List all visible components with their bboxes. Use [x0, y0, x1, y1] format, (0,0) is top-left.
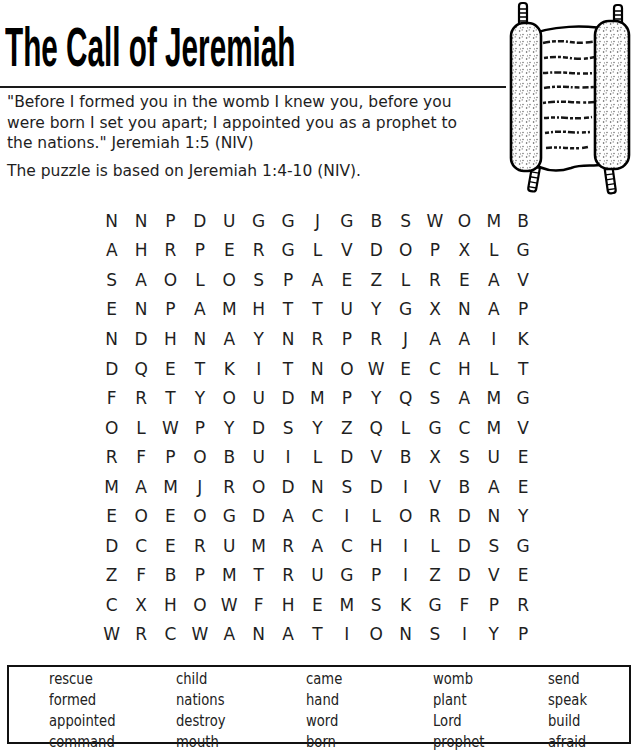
- word-list-item: formed: [49, 690, 116, 711]
- grid-cell-r3c15[interactable]: V: [508, 265, 537, 295]
- grid-cell-r1c5[interactable]: U: [215, 206, 244, 236]
- grid-cell-r8c2[interactable]: L: [126, 413, 155, 443]
- grid-cell-r15c9[interactable]: I: [332, 620, 361, 650]
- word-list-item: destroy: [176, 711, 225, 732]
- grid-cell-r9c10[interactable]: V: [362, 442, 391, 472]
- word-list-column-1: rescueformedappointedcommand: [49, 669, 127, 751]
- grid-cell-r14c2[interactable]: X: [126, 590, 155, 620]
- grid-cell-r9c14[interactable]: U: [479, 442, 508, 472]
- grid-cell-r12c5[interactable]: U: [215, 531, 244, 561]
- grid-cell-r2c8[interactable]: L: [303, 236, 332, 266]
- grid-cell-r7c3[interactable]: T: [156, 383, 185, 413]
- grid-cell-r5c8[interactable]: R: [303, 324, 332, 354]
- grid-cell-r5c7[interactable]: N: [273, 324, 302, 354]
- grid-cell-r7c5[interactable]: O: [215, 383, 244, 413]
- puzzle-basis-note: The puzzle is based on Jeremiah 1:4-10 (…: [7, 162, 361, 180]
- grid-cell-r8c9[interactable]: Z: [332, 413, 361, 443]
- word-list-item: plant: [433, 690, 485, 711]
- word-list-item: Lord: [433, 711, 485, 732]
- grid-cell-r6c15[interactable]: T: [508, 354, 537, 384]
- grid-cell-r9c4[interactable]: O: [185, 442, 214, 472]
- grid-cell-r11c15[interactable]: Y: [508, 501, 537, 531]
- grid-cell-r3c3[interactable]: O: [156, 265, 185, 295]
- grid-cell-r3c2[interactable]: A: [126, 265, 155, 295]
- word-list-item: send: [548, 669, 587, 690]
- grid-cell-r10c5[interactable]: R: [215, 472, 244, 502]
- grid-cell-r13c8[interactable]: U: [303, 561, 332, 591]
- grid-cell-r13c1[interactable]: Z: [97, 561, 126, 591]
- grid-cell-r3c4[interactable]: L: [185, 265, 214, 295]
- grid-cell-r3c1[interactable]: S: [97, 265, 126, 295]
- word-list-column-3: camehandwordborn: [306, 669, 349, 751]
- scripture-quote: "Before I formed you in the womb I knew …: [7, 92, 457, 154]
- page-title: The Call of Jeremiah: [5, 20, 295, 75]
- grid-cell-r8c1[interactable]: O: [97, 413, 126, 443]
- grid-cell-r9c6[interactable]: U: [244, 442, 273, 472]
- grid-cell-r5c9[interactable]: P: [332, 324, 361, 354]
- grid-cell-r5c1[interactable]: N: [97, 324, 126, 354]
- word-list-column-4: wombplantLordprophet: [433, 669, 494, 751]
- grid-cell-r9c11[interactable]: B: [391, 442, 420, 472]
- grid-cell-r8c14[interactable]: M: [479, 413, 508, 443]
- grid-cell-r12c4[interactable]: R: [185, 531, 214, 561]
- grid-cell-r15c5[interactable]: A: [215, 620, 244, 650]
- grid-cell-r1c8[interactable]: J: [303, 206, 332, 236]
- grid-cell-r4c9[interactable]: U: [332, 295, 361, 325]
- grid-cell-r9c1[interactable]: R: [97, 442, 126, 472]
- grid-cell-r10c9[interactable]: S: [332, 472, 361, 502]
- grid-cell-r11c8[interactable]: C: [303, 501, 332, 531]
- word-list-item: afraid: [548, 732, 587, 751]
- grid-cell-r4c7[interactable]: T: [273, 295, 302, 325]
- grid-cell-r10c7[interactable]: D: [273, 472, 302, 502]
- grid-cell-r8c10[interactable]: Q: [362, 413, 391, 443]
- grid-cell-r11c5[interactable]: G: [215, 501, 244, 531]
- scroll-roller-right: [595, 21, 629, 169]
- grid-cell-r14c6[interactable]: F: [244, 590, 273, 620]
- grid-cell-r6c1[interactable]: D: [97, 354, 126, 384]
- grid-cell-r6c8[interactable]: N: [303, 354, 332, 384]
- word-list-item: rescue: [49, 669, 116, 690]
- grid-cell-r11c2[interactable]: O: [126, 501, 155, 531]
- grid-cell-r7c15[interactable]: G: [508, 383, 537, 413]
- grid-cell-r4c10[interactable]: Y: [362, 295, 391, 325]
- grid-cell-r10c6[interactable]: O: [244, 472, 273, 502]
- grid-cell-r11c3[interactable]: E: [156, 501, 185, 531]
- grid-cell-r6c4[interactable]: T: [185, 354, 214, 384]
- worksheet-page: The Call of Jeremiah: [0, 0, 638, 751]
- grid-cell-r4c12[interactable]: X: [420, 295, 449, 325]
- grid-cell-r3c13[interactable]: E: [450, 265, 479, 295]
- grid-cell-r12c3[interactable]: E: [156, 531, 185, 561]
- scroll-roller-left: [511, 23, 541, 171]
- grid-cell-r13c3[interactable]: B: [156, 561, 185, 591]
- grid-cell-r10c1[interactable]: M: [97, 472, 126, 502]
- grid-cell-r4c4[interactable]: A: [185, 295, 214, 325]
- grid-cell-r3c12[interactable]: R: [420, 265, 449, 295]
- grid-cell-r9c7[interactable]: I: [273, 442, 302, 472]
- grid-cell-r13c13[interactable]: D: [450, 561, 479, 591]
- grid-cell-r7c1[interactable]: F: [97, 383, 126, 413]
- grid-cell-r13c12[interactable]: Z: [420, 561, 449, 591]
- grid-cell-r12c9[interactable]: C: [332, 531, 361, 561]
- grid-cell-r15c3[interactable]: C: [156, 620, 185, 650]
- grid-cell-r9c9[interactable]: D: [332, 442, 361, 472]
- grid-cell-r2c4[interactable]: P: [185, 236, 214, 266]
- grid-cell-r15c6[interactable]: N: [244, 620, 273, 650]
- grid-cell-r1c10[interactable]: B: [362, 206, 391, 236]
- grid-cell-r15c10[interactable]: O: [362, 620, 391, 650]
- grid-cell-r1c4[interactable]: D: [185, 206, 214, 236]
- grid-cell-r8c5[interactable]: Y: [215, 413, 244, 443]
- grid-cell-r10c14[interactable]: A: [479, 472, 508, 502]
- grid-cell-r12c15[interactable]: G: [508, 531, 537, 561]
- grid-cell-r4c1[interactable]: E: [97, 295, 126, 325]
- word-list-item: appointed: [49, 711, 116, 732]
- word-search-grid: NNPDUGGJGBSWOMBAHRPERGLVDOPXLGSAOLOSPAEZ…: [97, 206, 538, 649]
- grid-cell-r11c10[interactable]: L: [362, 501, 391, 531]
- word-list-item: command: [49, 732, 116, 751]
- word-list-column-5: sendspeakbuildafraid: [548, 669, 594, 751]
- torah-scroll-icon: [497, 1, 638, 201]
- grid-cell-r3c10[interactable]: Z: [362, 265, 391, 295]
- grid-cell-r11c1[interactable]: E: [97, 501, 126, 531]
- grid-cell-r4c3[interactable]: P: [156, 295, 185, 325]
- grid-cell-r12c8[interactable]: A: [303, 531, 332, 561]
- grid-cell-r4c11[interactable]: G: [391, 295, 420, 325]
- word-list-box: rescueformedappointedcommand childnation…: [7, 665, 631, 744]
- grid-cell-r6c14[interactable]: L: [479, 354, 508, 384]
- grid-cell-r11c6[interactable]: D: [244, 501, 273, 531]
- grid-cell-r2c10[interactable]: D: [362, 236, 391, 266]
- grid-cell-r4c6[interactable]: H: [244, 295, 273, 325]
- grid-cell-r7c11[interactable]: Q: [391, 383, 420, 413]
- grid-cell-r4c13[interactable]: N: [450, 295, 479, 325]
- word-list-item: speak: [548, 690, 587, 711]
- grid-cell-r5c11[interactable]: J: [391, 324, 420, 354]
- grid-cell-r3c6[interactable]: S: [244, 265, 273, 295]
- grid-cell-r14c9[interactable]: M: [332, 590, 361, 620]
- grid-cell-r8c3[interactable]: W: [156, 413, 185, 443]
- grid-cell-r12c7[interactable]: R: [273, 531, 302, 561]
- grid-cell-r2c3[interactable]: R: [156, 236, 185, 266]
- grid-cell-r11c4[interactable]: O: [185, 501, 214, 531]
- grid-cell-r2c1[interactable]: A: [97, 236, 126, 266]
- grid-cell-r3c7[interactable]: P: [273, 265, 302, 295]
- quote-line-2: were born I set you apart; I appointed y…: [7, 113, 457, 134]
- grid-cell-r6c10[interactable]: W: [362, 354, 391, 384]
- grid-cell-r10c11[interactable]: I: [391, 472, 420, 502]
- grid-cell-r15c14[interactable]: Y: [479, 620, 508, 650]
- grid-cell-r11c9[interactable]: I: [332, 501, 361, 531]
- word-list-item: came: [306, 669, 342, 690]
- grid-cell-r1c2[interactable]: N: [126, 206, 155, 236]
- grid-cell-r2c2[interactable]: H: [126, 236, 155, 266]
- grid-cell-r1c9[interactable]: G: [332, 206, 361, 236]
- grid-cell-r11c11[interactable]: O: [391, 501, 420, 531]
- quote-line-1: "Before I formed you in the womb I knew …: [7, 92, 457, 113]
- grid-cell-r8c7[interactable]: S: [273, 413, 302, 443]
- grid-cell-r6c13[interactable]: H: [450, 354, 479, 384]
- grid-cell-r10c15[interactable]: E: [508, 472, 537, 502]
- grid-cell-r9c3[interactable]: P: [156, 442, 185, 472]
- grid-cell-r13c9[interactable]: G: [332, 561, 361, 591]
- grid-cell-r6c5[interactable]: K: [215, 354, 244, 384]
- grid-cell-r9c5[interactable]: B: [215, 442, 244, 472]
- quote-line-3: the nations." Jeremiah 1:5 (NIV): [7, 133, 457, 154]
- grid-cell-r4c14[interactable]: A: [479, 295, 508, 325]
- grid-cell-r14c14[interactable]: P: [479, 590, 508, 620]
- word-list-item: prophet: [433, 732, 485, 751]
- grid-cell-r7c9[interactable]: P: [332, 383, 361, 413]
- grid-cell-r6c7[interactable]: T: [273, 354, 302, 384]
- grid-cell-r14c12[interactable]: G: [420, 590, 449, 620]
- grid-cell-r9c2[interactable]: F: [126, 442, 155, 472]
- word-list-column-2: childnationsdestroymouth: [176, 669, 234, 751]
- grid-cell-r5c4[interactable]: N: [185, 324, 214, 354]
- grid-cell-r13c6[interactable]: T: [244, 561, 273, 591]
- grid-cell-r10c4[interactable]: J: [185, 472, 214, 502]
- grid-cell-r1c6[interactable]: G: [244, 206, 273, 236]
- grid-cell-r7c10[interactable]: Y: [362, 383, 391, 413]
- grid-cell-r15c2[interactable]: R: [126, 620, 155, 650]
- grid-cell-r13c7[interactable]: R: [273, 561, 302, 591]
- grid-cell-r2c7[interactable]: G: [273, 236, 302, 266]
- grid-cell-r6c9[interactable]: O: [332, 354, 361, 384]
- grid-cell-r3c11[interactable]: L: [391, 265, 420, 295]
- grid-cell-r5c14[interactable]: I: [479, 324, 508, 354]
- grid-cell-r15c15[interactable]: P: [508, 620, 537, 650]
- grid-cell-r8c11[interactable]: L: [391, 413, 420, 443]
- grid-cell-r13c14[interactable]: V: [479, 561, 508, 591]
- grid-cell-r1c1[interactable]: N: [97, 206, 126, 236]
- grid-cell-r3c5[interactable]: O: [215, 265, 244, 295]
- grid-cell-r7c13[interactable]: A: [450, 383, 479, 413]
- grid-cell-r10c13[interactable]: B: [450, 472, 479, 502]
- grid-cell-r8c12[interactable]: G: [420, 413, 449, 443]
- grid-cell-r2c14[interactable]: L: [479, 236, 508, 266]
- grid-cell-r12c12[interactable]: L: [420, 531, 449, 561]
- grid-cell-r10c8[interactable]: N: [303, 472, 332, 502]
- grid-cell-r13c2[interactable]: F: [126, 561, 155, 591]
- grid-cell-r8c13[interactable]: C: [450, 413, 479, 443]
- grid-cell-r2c15[interactable]: G: [508, 236, 537, 266]
- grid-cell-r5c6[interactable]: Y: [244, 324, 273, 354]
- grid-cell-r13c15[interactable]: E: [508, 561, 537, 591]
- grid-cell-r15c1[interactable]: W: [97, 620, 126, 650]
- grid-cell-r1c15[interactable]: B: [508, 206, 537, 236]
- grid-cell-r14c8[interactable]: E: [303, 590, 332, 620]
- grid-cell-r2c5[interactable]: E: [215, 236, 244, 266]
- grid-cell-r7c12[interactable]: S: [420, 383, 449, 413]
- grid-cell-r8c15[interactable]: V: [508, 413, 537, 443]
- grid-cell-r1c11[interactable]: S: [391, 206, 420, 236]
- grid-cell-r7c7[interactable]: D: [273, 383, 302, 413]
- grid-cell-r3c14[interactable]: A: [479, 265, 508, 295]
- grid-cell-r10c10[interactable]: D: [362, 472, 391, 502]
- grid-cell-r5c12[interactable]: A: [420, 324, 449, 354]
- word-list-item: nations: [176, 690, 225, 711]
- grid-cell-r7c2[interactable]: R: [126, 383, 155, 413]
- grid-cell-r9c13[interactable]: S: [450, 442, 479, 472]
- word-list-item: build: [548, 711, 587, 732]
- grid-cell-r14c4[interactable]: O: [185, 590, 214, 620]
- grid-cell-r11c13[interactable]: D: [450, 501, 479, 531]
- grid-cell-r5c2[interactable]: D: [126, 324, 155, 354]
- grid-cell-r5c3[interactable]: H: [156, 324, 185, 354]
- grid-cell-r2c6[interactable]: R: [244, 236, 273, 266]
- grid-cell-r14c15[interactable]: R: [508, 590, 537, 620]
- grid-cell-r1c13[interactable]: O: [450, 206, 479, 236]
- grid-cell-r3c8[interactable]: A: [303, 265, 332, 295]
- grid-cell-r15c13[interactable]: I: [450, 620, 479, 650]
- grid-cell-r15c8[interactable]: T: [303, 620, 332, 650]
- grid-cell-r5c5[interactable]: A: [215, 324, 244, 354]
- grid-cell-r14c1[interactable]: C: [97, 590, 126, 620]
- grid-cell-r12c6[interactable]: M: [244, 531, 273, 561]
- grid-cell-r4c2[interactable]: N: [126, 295, 155, 325]
- grid-cell-r8c6[interactable]: D: [244, 413, 273, 443]
- grid-cell-r2c13[interactable]: X: [450, 236, 479, 266]
- grid-cell-r2c9[interactable]: V: [332, 236, 361, 266]
- grid-cell-r1c3[interactable]: P: [156, 206, 185, 236]
- word-list-item: hand: [306, 690, 342, 711]
- grid-cell-r12c1[interactable]: D: [97, 531, 126, 561]
- grid-cell-r13c4[interactable]: P: [185, 561, 214, 591]
- grid-cell-r13c11[interactable]: I: [391, 561, 420, 591]
- grid-cell-r12c2[interactable]: C: [126, 531, 155, 561]
- grid-cell-r8c8[interactable]: Y: [303, 413, 332, 443]
- word-list-item: child: [176, 669, 225, 690]
- grid-cell-r10c12[interactable]: V: [420, 472, 449, 502]
- grid-cell-r14c3[interactable]: H: [156, 590, 185, 620]
- word-list-item: womb: [433, 669, 485, 690]
- grid-cell-r8c4[interactable]: P: [185, 413, 214, 443]
- grid-cell-r11c12[interactable]: R: [420, 501, 449, 531]
- grid-cell-r13c10[interactable]: P: [362, 561, 391, 591]
- grid-cell-r1c14[interactable]: M: [479, 206, 508, 236]
- grid-cell-r6c3[interactable]: E: [156, 354, 185, 384]
- grid-cell-r5c15[interactable]: K: [508, 324, 537, 354]
- word-list-item: born: [306, 732, 342, 751]
- grid-cell-r7c4[interactable]: Y: [185, 383, 214, 413]
- grid-cell-r9c12[interactable]: X: [420, 442, 449, 472]
- grid-cell-r1c12[interactable]: W: [420, 206, 449, 236]
- grid-cell-r5c10[interactable]: R: [362, 324, 391, 354]
- word-list-item: mouth: [176, 732, 225, 751]
- grid-cell-r13c5[interactable]: M: [215, 561, 244, 591]
- grid-cell-r11c14[interactable]: N: [479, 501, 508, 531]
- title-divider: [0, 86, 506, 88]
- grid-cell-r9c8[interactable]: L: [303, 442, 332, 472]
- grid-cell-r6c12[interactable]: C: [420, 354, 449, 384]
- grid-cell-r5c13[interactable]: A: [450, 324, 479, 354]
- grid-cell-r7c14[interactable]: M: [479, 383, 508, 413]
- grid-cell-r3c9[interactable]: E: [332, 265, 361, 295]
- grid-cell-r12c10[interactable]: H: [362, 531, 391, 561]
- grid-cell-r2c12[interactable]: P: [420, 236, 449, 266]
- grid-cell-r6c2[interactable]: Q: [126, 354, 155, 384]
- grid-cell-r1c7[interactable]: G: [273, 206, 302, 236]
- grid-cell-r14c10[interactable]: S: [362, 590, 391, 620]
- grid-cell-r9c15[interactable]: E: [508, 442, 537, 472]
- grid-cell-r14c11[interactable]: K: [391, 590, 420, 620]
- grid-cell-r4c5[interactable]: M: [215, 295, 244, 325]
- grid-cell-r12c14[interactable]: S: [479, 531, 508, 561]
- grid-cell-r14c13[interactable]: F: [450, 590, 479, 620]
- grid-cell-r6c6[interactable]: I: [244, 354, 273, 384]
- grid-cell-r11c7[interactable]: A: [273, 501, 302, 531]
- grid-cell-r4c8[interactable]: T: [303, 295, 332, 325]
- grid-cell-r15c7[interactable]: A: [273, 620, 302, 650]
- grid-cell-r15c4[interactable]: W: [185, 620, 214, 650]
- grid-cell-r12c13[interactable]: D: [450, 531, 479, 561]
- grid-cell-r7c6[interactable]: U: [244, 383, 273, 413]
- grid-cell-r10c3[interactable]: M: [156, 472, 185, 502]
- grid-cell-r10c2[interactable]: A: [126, 472, 155, 502]
- grid-cell-r6c11[interactable]: E: [391, 354, 420, 384]
- grid-cell-r4c15[interactable]: P: [508, 295, 537, 325]
- grid-cell-r15c11[interactable]: N: [391, 620, 420, 650]
- grid-cell-r7c8[interactable]: M: [303, 383, 332, 413]
- grid-cell-r14c5[interactable]: W: [215, 590, 244, 620]
- word-list-item: word: [306, 711, 342, 732]
- grid-cell-r2c11[interactable]: O: [391, 236, 420, 266]
- grid-cell-r14c7[interactable]: H: [273, 590, 302, 620]
- grid-cell-r15c12[interactable]: S: [420, 620, 449, 650]
- grid-cell-r12c11[interactable]: I: [391, 531, 420, 561]
